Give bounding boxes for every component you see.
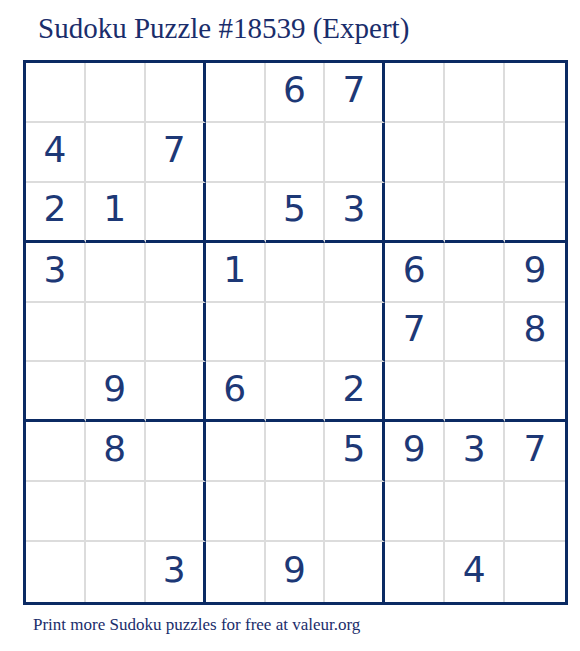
cell-r7c7-given: 9 [385, 422, 445, 482]
sudoku-sheet: Sudoku Puzzle #18539 (Expert) 6747215331… [0, 0, 580, 651]
cell-r1c5-given: 6 [266, 63, 326, 123]
cell-r5c1-empty[interactable] [26, 303, 86, 363]
cell-r8c3-empty[interactable] [146, 482, 206, 542]
cell-r1c2-empty[interactable] [86, 63, 146, 123]
cell-r7c1-empty[interactable] [26, 422, 86, 482]
cell-r1c6-given: 7 [325, 63, 385, 123]
cell-r4c1-given: 3 [26, 243, 86, 303]
cell-r4c3-empty[interactable] [146, 243, 206, 303]
cell-r2c1-given: 4 [26, 123, 86, 183]
cell-r8c1-empty[interactable] [26, 482, 86, 542]
cell-r9c6-empty[interactable] [325, 542, 385, 602]
cell-r5c2-empty[interactable] [86, 303, 146, 363]
cell-r5c5-empty[interactable] [266, 303, 326, 363]
cell-r1c8-empty[interactable] [445, 63, 505, 123]
cell-r2c3-given: 7 [146, 123, 206, 183]
cell-r8c5-empty[interactable] [266, 482, 326, 542]
cell-r5c3-empty[interactable] [146, 303, 206, 363]
cell-r3c7-empty[interactable] [385, 183, 445, 243]
cell-r4c5-empty[interactable] [266, 243, 326, 303]
cell-r2c2-empty[interactable] [86, 123, 146, 183]
cell-r2c7-empty[interactable] [385, 123, 445, 183]
cell-r5c6-empty[interactable] [325, 303, 385, 363]
cell-r6c6-given: 2 [325, 362, 385, 422]
cell-r6c8-empty[interactable] [445, 362, 505, 422]
cell-r2c6-empty[interactable] [325, 123, 385, 183]
cell-r8c9-empty[interactable] [505, 482, 565, 542]
cell-r1c4-empty[interactable] [206, 63, 266, 123]
cell-r9c5-given: 9 [266, 542, 326, 602]
cell-r3c9-empty[interactable] [505, 183, 565, 243]
cell-r6c9-empty[interactable] [505, 362, 565, 422]
sudoku-board: 6747215331697896285937394 [23, 60, 568, 605]
cell-r6c1-empty[interactable] [26, 362, 86, 422]
cell-r6c3-empty[interactable] [146, 362, 206, 422]
cell-r1c3-empty[interactable] [146, 63, 206, 123]
cell-r4c9-given: 9 [505, 243, 565, 303]
cell-r5c9-given: 8 [505, 303, 565, 363]
cell-r1c1-empty[interactable] [26, 63, 86, 123]
cell-r4c4-given: 1 [206, 243, 266, 303]
cell-r6c2-given: 9 [86, 362, 146, 422]
cell-r9c9-empty[interactable] [505, 542, 565, 602]
cell-r6c5-empty[interactable] [266, 362, 326, 422]
cell-r9c3-given: 3 [146, 542, 206, 602]
cell-r6c4-given: 6 [206, 362, 266, 422]
page-title: Sudoku Puzzle #18539 (Expert) [38, 12, 409, 45]
cell-r9c2-empty[interactable] [86, 542, 146, 602]
cell-r3c3-empty[interactable] [146, 183, 206, 243]
cell-r7c5-empty[interactable] [266, 422, 326, 482]
cell-r8c2-empty[interactable] [86, 482, 146, 542]
footer-text: Print more Sudoku puzzles for free at va… [33, 615, 360, 635]
cell-r7c9-given: 7 [505, 422, 565, 482]
cell-r2c5-empty[interactable] [266, 123, 326, 183]
cell-r1c9-empty[interactable] [505, 63, 565, 123]
cell-r9c7-empty[interactable] [385, 542, 445, 602]
cell-r4c8-empty[interactable] [445, 243, 505, 303]
cell-r3c4-empty[interactable] [206, 183, 266, 243]
cell-r3c6-given: 3 [325, 183, 385, 243]
cell-r8c7-empty[interactable] [385, 482, 445, 542]
cell-r5c8-empty[interactable] [445, 303, 505, 363]
cell-r5c4-empty[interactable] [206, 303, 266, 363]
cell-r9c1-empty[interactable] [26, 542, 86, 602]
cell-r3c2-given: 1 [86, 183, 146, 243]
cell-r2c9-empty[interactable] [505, 123, 565, 183]
cell-r8c4-empty[interactable] [206, 482, 266, 542]
cell-r6c7-empty[interactable] [385, 362, 445, 422]
cell-r7c3-empty[interactable] [146, 422, 206, 482]
cell-r9c8-given: 4 [445, 542, 505, 602]
cell-r8c8-empty[interactable] [445, 482, 505, 542]
cell-r3c1-given: 2 [26, 183, 86, 243]
cell-r7c6-given: 5 [325, 422, 385, 482]
cell-r3c8-empty[interactable] [445, 183, 505, 243]
cell-r4c2-empty[interactable] [86, 243, 146, 303]
cell-r7c8-given: 3 [445, 422, 505, 482]
cell-r9c4-empty[interactable] [206, 542, 266, 602]
cell-r5c7-given: 7 [385, 303, 445, 363]
cell-r3c5-given: 5 [266, 183, 326, 243]
cell-r7c4-empty[interactable] [206, 422, 266, 482]
cell-r4c7-given: 6 [385, 243, 445, 303]
cell-r8c6-empty[interactable] [325, 482, 385, 542]
cell-r7c2-given: 8 [86, 422, 146, 482]
cell-r2c4-empty[interactable] [206, 123, 266, 183]
cell-r2c8-empty[interactable] [445, 123, 505, 183]
cell-r4c6-empty[interactable] [325, 243, 385, 303]
cell-r1c7-empty[interactable] [385, 63, 445, 123]
